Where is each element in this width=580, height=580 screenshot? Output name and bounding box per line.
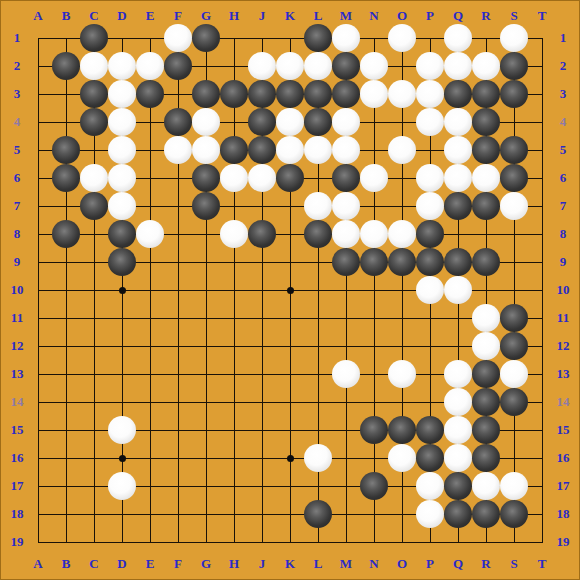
white-stone [108,164,136,192]
white-stone [304,136,332,164]
black-stone [192,80,220,108]
white-stone [500,24,528,52]
black-stone [108,220,136,248]
white-stone [360,220,388,248]
white-stone [444,24,472,52]
col-label-bottom-D: D [107,556,137,572]
row-label-right-10: 10 [548,282,578,298]
col-label-top-O: O [387,8,417,24]
col-label-bottom-E: E [135,556,165,572]
white-stone [108,52,136,80]
row-label-right-9: 9 [548,254,578,270]
row-label-right-2: 2 [548,58,578,74]
black-stone [192,192,220,220]
row-label-right-4: 4 [548,114,578,130]
white-stone [108,472,136,500]
white-stone [332,24,360,52]
black-stone [500,332,528,360]
row-label-left-17: 17 [2,478,32,494]
black-stone [220,80,248,108]
black-stone [220,136,248,164]
black-stone [276,164,304,192]
black-stone [500,164,528,192]
white-stone [416,472,444,500]
white-stone [276,52,304,80]
white-stone [444,360,472,388]
row-label-left-6: 6 [2,170,32,186]
white-stone [416,164,444,192]
col-label-bottom-Q: Q [443,556,473,572]
black-stone [444,248,472,276]
col-label-bottom-P: P [415,556,445,572]
white-stone [388,220,416,248]
white-stone [332,192,360,220]
white-stone [472,472,500,500]
white-stone [472,304,500,332]
black-stone [192,24,220,52]
black-stone [164,108,192,136]
col-label-top-F: F [163,8,193,24]
col-label-top-A: A [23,8,53,24]
row-label-left-15: 15 [2,422,32,438]
white-stone [192,136,220,164]
white-stone [304,192,332,220]
col-label-top-B: B [51,8,81,24]
black-stone [52,220,80,248]
black-stone [472,360,500,388]
black-stone [360,472,388,500]
white-stone [108,80,136,108]
row-label-left-7: 7 [2,198,32,214]
black-stone [388,416,416,444]
white-stone [136,52,164,80]
col-label-bottom-G: G [191,556,221,572]
white-stone [416,108,444,136]
white-stone [444,416,472,444]
row-label-right-16: 16 [548,450,578,466]
black-stone [472,388,500,416]
go-board: ABCDEFGHJKLMNOPQRST ABCDEFGHJKLMNOPQRST … [0,0,580,580]
black-stone [388,248,416,276]
col-label-top-P: P [415,8,445,24]
black-stone [304,108,332,136]
white-stone [416,52,444,80]
black-stone [472,416,500,444]
row-label-right-5: 5 [548,142,578,158]
white-stone [388,80,416,108]
white-stone [108,108,136,136]
black-stone [248,136,276,164]
black-stone [304,220,332,248]
row-label-right-18: 18 [548,506,578,522]
white-stone [136,220,164,248]
star-point-D16 [119,455,126,462]
white-stone [360,164,388,192]
black-stone [444,472,472,500]
black-stone [80,24,108,52]
white-stone [220,220,248,248]
star-point-D10 [119,287,126,294]
white-stone [416,500,444,528]
black-stone [136,80,164,108]
row-label-left-4: 4 [2,114,32,130]
row-label-left-1: 1 [2,30,32,46]
white-stone [444,136,472,164]
col-label-top-L: L [303,8,333,24]
col-label-bottom-L: L [303,556,333,572]
white-stone [388,24,416,52]
row-label-left-8: 8 [2,226,32,242]
white-stone [500,192,528,220]
col-label-bottom-K: K [275,556,305,572]
white-stone [276,136,304,164]
black-stone [416,444,444,472]
white-stone [164,136,192,164]
row-label-left-16: 16 [2,450,32,466]
black-stone [500,388,528,416]
white-stone [304,52,332,80]
white-stone [500,472,528,500]
white-stone [416,80,444,108]
black-stone [332,80,360,108]
black-stone [360,416,388,444]
row-label-right-19: 19 [548,534,578,550]
col-label-bottom-A: A [23,556,53,572]
col-label-bottom-H: H [219,556,249,572]
row-label-right-17: 17 [548,478,578,494]
col-label-top-N: N [359,8,389,24]
row-label-left-14: 14 [2,394,32,410]
black-stone [80,192,108,220]
white-stone [192,108,220,136]
black-stone [472,108,500,136]
white-stone [500,360,528,388]
col-label-top-D: D [107,8,137,24]
col-label-top-M: M [331,8,361,24]
white-stone [80,164,108,192]
row-label-left-18: 18 [2,506,32,522]
white-stone [332,220,360,248]
row-label-left-5: 5 [2,142,32,158]
white-stone [332,108,360,136]
white-stone [444,52,472,80]
col-label-top-S: S [499,8,529,24]
black-stone [360,248,388,276]
white-stone [444,444,472,472]
black-stone [332,52,360,80]
black-stone [52,164,80,192]
col-label-top-T: T [527,8,557,24]
white-stone [80,52,108,80]
white-stone [444,108,472,136]
black-stone [500,136,528,164]
white-stone [444,276,472,304]
col-label-bottom-J: J [247,556,277,572]
row-label-right-3: 3 [548,86,578,102]
white-stone [416,192,444,220]
col-label-top-J: J [247,8,277,24]
col-label-bottom-F: F [163,556,193,572]
black-stone [80,108,108,136]
black-stone [472,192,500,220]
black-stone [500,52,528,80]
white-stone [164,24,192,52]
col-label-bottom-M: M [331,556,361,572]
col-label-bottom-N: N [359,556,389,572]
row-label-left-12: 12 [2,338,32,354]
white-stone [108,136,136,164]
row-label-right-6: 6 [548,170,578,186]
black-stone [164,52,192,80]
row-label-left-19: 19 [2,534,32,550]
white-stone [304,444,332,472]
white-stone [416,276,444,304]
black-stone [108,248,136,276]
black-stone [416,416,444,444]
black-stone [304,24,332,52]
black-stone [472,444,500,472]
white-stone [248,52,276,80]
row-label-left-11: 11 [2,310,32,326]
row-label-right-13: 13 [548,366,578,382]
black-stone [472,80,500,108]
black-stone [416,220,444,248]
black-stone [500,500,528,528]
white-stone [472,164,500,192]
white-stone [388,136,416,164]
black-stone [80,80,108,108]
row-label-right-12: 12 [548,338,578,354]
black-stone [472,248,500,276]
row-label-right-8: 8 [548,226,578,242]
row-label-left-13: 13 [2,366,32,382]
black-stone [444,80,472,108]
black-stone [472,500,500,528]
black-stone [416,248,444,276]
black-stone [444,192,472,220]
black-stone [500,80,528,108]
col-label-top-E: E [135,8,165,24]
row-label-left-2: 2 [2,58,32,74]
col-label-top-Q: Q [443,8,473,24]
col-label-bottom-C: C [79,556,109,572]
white-stone [276,108,304,136]
white-stone [332,360,360,388]
black-stone [52,136,80,164]
white-stone [360,52,388,80]
black-stone [444,500,472,528]
black-stone [304,80,332,108]
black-stone [472,136,500,164]
black-stone [500,304,528,332]
col-label-bottom-O: O [387,556,417,572]
black-stone [332,164,360,192]
col-label-bottom-S: S [499,556,529,572]
white-stone [472,52,500,80]
black-stone [192,164,220,192]
black-stone [52,52,80,80]
col-label-bottom-R: R [471,556,501,572]
row-label-left-3: 3 [2,86,32,102]
black-stone [248,108,276,136]
white-stone [472,332,500,360]
white-stone [444,164,472,192]
row-label-right-7: 7 [548,198,578,214]
row-label-left-10: 10 [2,282,32,298]
col-label-top-H: H [219,8,249,24]
row-label-right-15: 15 [548,422,578,438]
white-stone [388,444,416,472]
black-stone [304,500,332,528]
white-stone [248,164,276,192]
black-stone [332,248,360,276]
col-label-bottom-T: T [527,556,557,572]
white-stone [108,416,136,444]
col-label-top-G: G [191,8,221,24]
white-stone [388,360,416,388]
star-point-K10 [287,287,294,294]
white-stone [444,388,472,416]
row-label-right-14: 14 [548,394,578,410]
col-label-top-R: R [471,8,501,24]
row-label-left-9: 9 [2,254,32,270]
col-label-top-K: K [275,8,305,24]
black-stone [276,80,304,108]
row-label-right-1: 1 [548,30,578,46]
black-stone [248,220,276,248]
white-stone [332,136,360,164]
row-label-right-11: 11 [548,310,578,326]
white-stone [220,164,248,192]
star-point-K16 [287,455,294,462]
col-label-bottom-B: B [51,556,81,572]
col-label-top-C: C [79,8,109,24]
white-stone [360,80,388,108]
black-stone [248,80,276,108]
white-stone [108,192,136,220]
